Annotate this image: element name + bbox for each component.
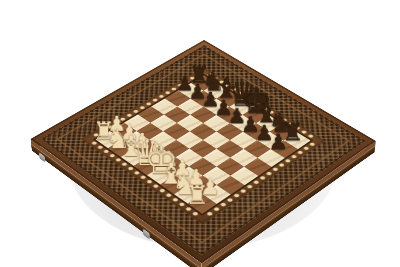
metal-latch-icon bbox=[39, 152, 45, 162]
chess-set: ♜♞♝♛♚♝♞♜♟♟♟♟♟♟♟♟♟♟♟♟♟♟♟♟♜♞♝♛♚♝♞♜ bbox=[31, 40, 376, 263]
photo-background: ♜♞♝♛♚♝♞♜♟♟♟♟♟♟♟♟♟♟♟♟♟♟♟♟♜♞♝♛♚♝♞♜ bbox=[0, 0, 400, 267]
piece-white-rook[interactable]: ♜ bbox=[186, 182, 206, 208]
carved-walnut-frame: ♜♞♝♛♚♝♞♜♟♟♟♟♟♟♟♟♟♟♟♟♟♟♟♟♜♞♝♛♚♝♞♜ bbox=[31, 40, 376, 263]
scene: ♜♞♝♛♚♝♞♜♟♟♟♟♟♟♟♟♟♟♟♟♟♟♟♟♜♞♝♛♚♝♞♜ bbox=[75, 6, 325, 262]
piece-black-pawn[interactable]: ♟ bbox=[269, 131, 288, 152]
